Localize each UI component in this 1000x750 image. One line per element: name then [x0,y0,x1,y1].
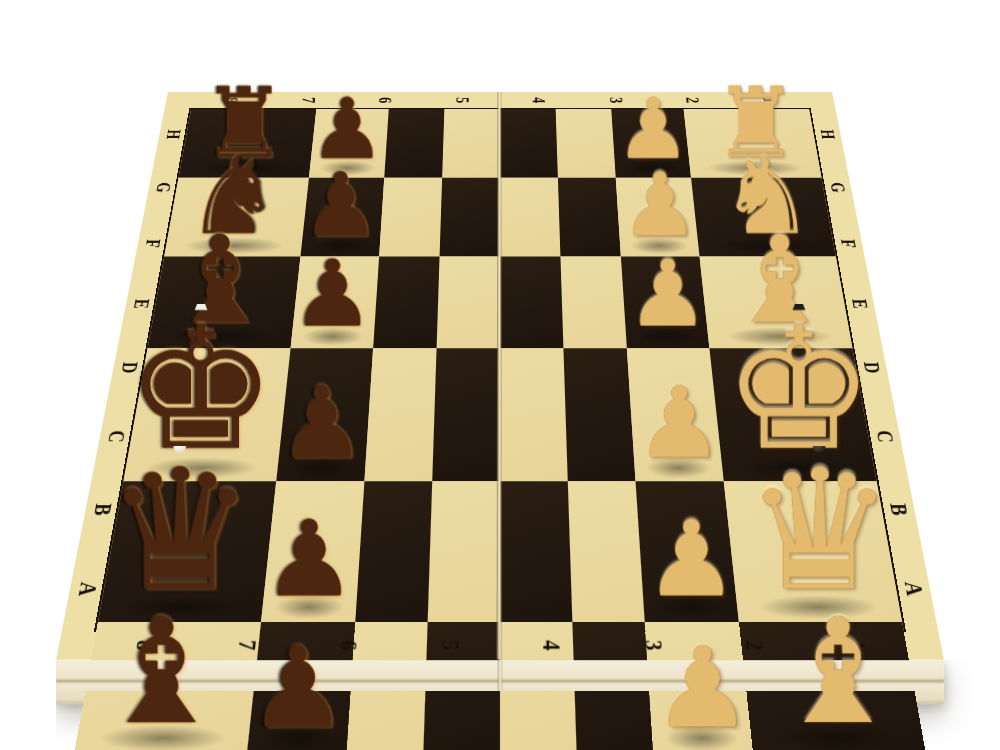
light-pawn-f2: ♟ [626,249,709,341]
dark-pawn-c7: ♟ [247,633,347,745]
square-f2: ♟ [621,256,710,348]
square-f6 [373,256,439,348]
square-d6 [355,481,432,622]
white-cone-finial [194,294,207,310]
light-pawn-e2: ♟ [635,374,723,473]
black-cone-finial [793,294,806,310]
square-e3 [563,348,635,481]
square-d7: ♟ [261,481,365,622]
light-pawn-c2: ♟ [653,633,753,745]
square-f7: ♟ [290,256,379,348]
dark-pawn-d7: ♟ [262,508,356,613]
square-g4 [500,178,560,257]
perspective-wrapper: ♜♟♟♜♞♟♟♞♝♟♟♝♚♟♟♚♛♟♟♛♝♟♟♝♞♟♟♞♜♟♟♜ 8877665… [0,0,1000,750]
square-e4 [500,348,568,481]
rank-label-bottom-4: 4 [534,603,567,689]
light-pawn-g2: ♟ [620,162,699,250]
square-g5 [440,178,500,257]
rank-label-top-5: 5 [449,76,474,125]
square-d3 [568,481,645,622]
dark-bishop-c8: ♝ [96,599,226,744]
rank-label-bottom-5: 5 [432,603,465,689]
chess-board: ♜♟♟♜♞♟♟♞♝♟♟♝♚♟♟♚♛♟♟♛♝♟♟♝♞♟♟♞♜♟♟♜ 8877665… [56,92,944,660]
white-ball-finial [174,440,187,453]
square-e7: ♟ [276,348,373,481]
square-d2: ♟ [635,481,739,622]
square-f5 [437,256,500,348]
dark-pawn-g7: ♟ [301,162,380,250]
square-g3 [558,178,621,257]
square-d4 [500,481,572,622]
black-ball-finial [813,440,826,453]
square-f4 [500,256,563,348]
square-g6 [379,178,442,257]
rank-label-top-4: 4 [526,76,551,125]
chessboard-photo: ♜♟♟♜♞♟♟♞♝♟♟♝♚♟♟♚♛♟♟♛♝♟♟♝♞♟♟♞♜♟♟♜ 8877665… [0,0,1000,750]
square-e2: ♟ [627,348,724,481]
square-f3 [560,256,626,348]
square-e5 [432,348,500,481]
board-face: ♜♟♟♜♞♟♟♞♝♟♟♝♚♟♟♚♛♟♟♛♝♟♟♝♞♟♟♞♜♟♟♜ 8877665… [56,92,944,660]
light-bishop-c1: ♝ [773,599,903,744]
square-c7: ♟ [246,622,355,750]
light-knight-b1: ♞ [794,740,923,750]
hinge-seam [496,92,502,660]
square-c2: ♟ [645,622,754,750]
square-d5 [428,481,500,622]
dark-pawn-f7: ♟ [291,249,374,341]
light-pawn-d2: ♟ [644,508,738,613]
dark-knight-b8: ♞ [77,740,206,750]
dark-pawn-e7: ♟ [277,374,365,473]
square-e6 [365,348,437,481]
